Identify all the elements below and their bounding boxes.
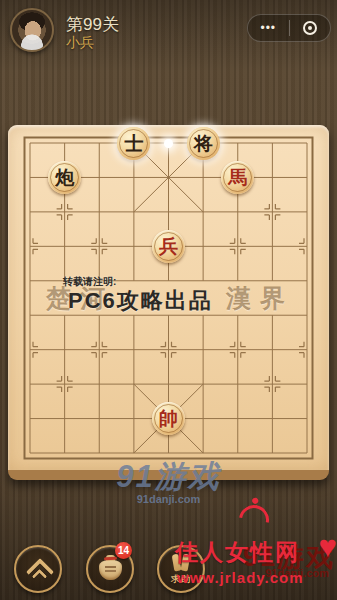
highlight-dot (164, 139, 173, 148)
heart-icon: ♥ (319, 529, 337, 565)
more-icon[interactable]: ••• (248, 15, 289, 41)
piece-glyph: 馬 (228, 168, 247, 187)
center-watermark-domain: 91danji.com (0, 493, 337, 505)
exit-button[interactable] (290, 21, 331, 35)
piece-glyph: 帥 (159, 409, 178, 428)
piece-glyph: 兵 (159, 237, 178, 256)
watermark-brand: PC6攻略出品 (68, 286, 213, 316)
piece-glyph: 将 (194, 134, 213, 153)
help-button-label: 求助 (159, 573, 203, 586)
praying-hands-icon (172, 554, 190, 572)
money-bag-icon (99, 560, 122, 580)
river-label-right: 漢界 (226, 282, 294, 315)
help-button[interactable]: 求助 (157, 545, 205, 593)
piece-士[interactable]: 士 (117, 127, 150, 160)
piece-将[interactable]: 将 (187, 127, 220, 160)
exit-target-icon (303, 21, 317, 35)
hint-bag-button[interactable]: 14 (86, 545, 134, 593)
corner-watermark-back-brand: 91游戏 (243, 539, 335, 575)
app-screen: 第99关 小兵 ••• 楚河 漢界 转载请注明: PC6攻略出品 士将炮馬兵帥 … (0, 0, 337, 600)
piece-glyph: 士 (124, 134, 143, 153)
xiangqi-board[interactable]: 楚河 漢界 转载请注明: PC6攻略出品 士将炮馬兵帥 (30, 143, 307, 453)
bag-mark (105, 566, 116, 568)
swirl-decoration (233, 499, 275, 541)
hint-count-badge: 14 (115, 542, 132, 559)
level-subtitle: 小兵 (66, 34, 94, 52)
collapse-button[interactable] (14, 545, 62, 593)
piece-兵[interactable]: 兵 (152, 230, 185, 263)
piece-帥[interactable]: 帥 (152, 402, 185, 435)
player-avatar (10, 8, 54, 52)
miniprogram-capsule: ••• (247, 14, 331, 42)
piece-glyph: 炮 (55, 168, 74, 187)
piece-炮[interactable]: 炮 (48, 161, 81, 194)
piece-馬[interactable]: 馬 (221, 161, 254, 194)
corner-watermark-back-domain: 91danji.com (265, 567, 329, 579)
level-title: 第99关 (66, 13, 119, 36)
